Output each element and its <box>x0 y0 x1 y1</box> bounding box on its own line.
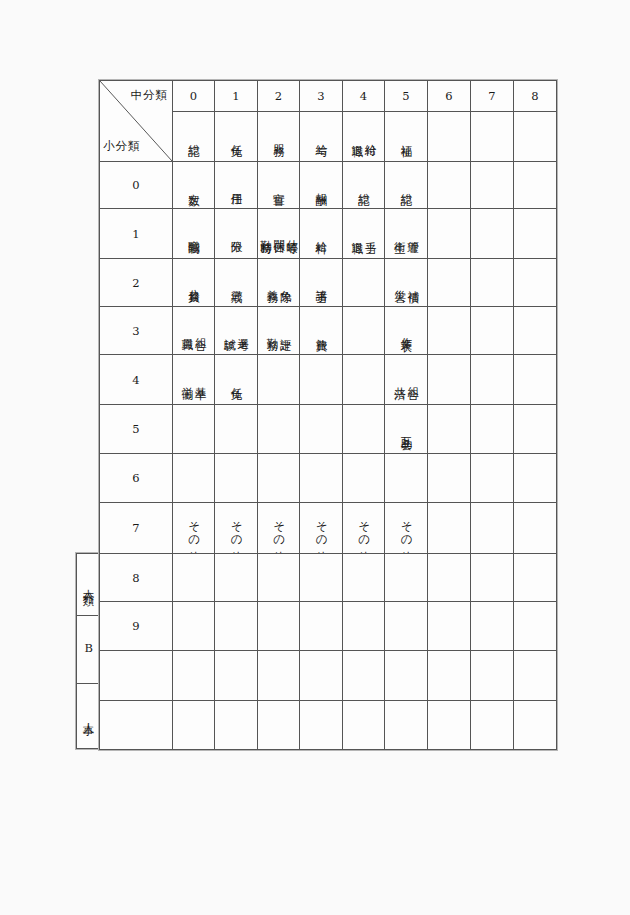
cell-r0-c5-text: 総記 <box>399 184 412 187</box>
cell-r11-c6 <box>428 701 471 750</box>
cell-r8-c6 <box>428 554 471 602</box>
cell-r8-c4 <box>343 554 385 602</box>
cell-r4-c0-text: 労働 基準 <box>180 378 206 381</box>
cell-r1-c3-text: 給料 <box>314 232 327 235</box>
corner-cell: 中分類 小分類 <box>100 81 173 162</box>
cell-r10-c0 <box>173 651 215 701</box>
cell-r2-c1: 懲戒 <box>215 259 258 307</box>
cell-r7-c3-text: その他 <box>314 513 327 544</box>
cell-r1-c4: 退職 手当 <box>343 209 385 259</box>
col-category-2: 服務 <box>258 112 300 162</box>
cell-r1-c3: 給料 <box>300 209 343 259</box>
row-number-9: 9 <box>100 602 173 651</box>
cell-r11-c8 <box>514 701 557 750</box>
cell-r1-c0-text: 職階制 <box>187 231 200 236</box>
cell-r2-c7 <box>471 259 514 307</box>
cell-r4-c0: 労働 基準 <box>173 355 215 405</box>
cell-r5-c1 <box>215 405 258 454</box>
cell-r6-c7 <box>471 454 514 503</box>
cell-r4-c6 <box>428 355 471 405</box>
cell-r5-c5: 互助会 <box>385 405 428 454</box>
cell-r10-c6 <box>428 651 471 701</box>
cell-r10-c3 <box>300 651 343 701</box>
cell-r2-c0-text: 公務員 <box>187 280 200 285</box>
cell-r9-c2 <box>258 602 300 651</box>
cell-r11-c5 <box>385 701 428 750</box>
cell-r8-c0 <box>173 554 215 602</box>
cell-r6-c4 <box>343 454 385 503</box>
cell-r3-c2-text: 勤務 評定 <box>265 329 291 332</box>
col-category-0-text: 総記 <box>187 135 200 138</box>
cell-r6-c2 <box>258 454 300 503</box>
cell-r7-c5: その他 <box>385 503 428 554</box>
cell-r8-c1 <box>215 554 258 602</box>
cell-r1-c4-text: 退職 手当 <box>350 232 376 235</box>
cell-r3-c1: 試験 選考 <box>215 307 258 355</box>
cell-r3-c5-text: 作業衣 <box>399 328 412 333</box>
cell-r0-c1-text: 任用 <box>229 184 242 187</box>
cell-r2-c5: 災害 補償 <box>385 259 428 307</box>
major-classification-code-cell: B <box>77 615 99 683</box>
cell-r10-c4 <box>343 651 385 701</box>
cell-r4-c5-text: 共済 組合 <box>393 378 419 381</box>
cell-r5-c0 <box>173 405 215 454</box>
cell-r3-c5: 作業衣 <box>385 307 428 355</box>
cell-r9-c5 <box>385 602 428 651</box>
major-classification-name-cell: 人事 <box>77 683 99 748</box>
cell-r4-c7 <box>471 355 514 405</box>
cell-r2-c0: 公務員 <box>173 259 215 307</box>
cell-r0-c1: 任用 <box>215 162 258 209</box>
cell-r6-c1 <box>215 454 258 503</box>
cell-r3-c4 <box>343 307 385 355</box>
classification-table: 中分類 小分類 012345678総記任免服務給与退職 給付福祉01234567… <box>99 80 557 750</box>
col-number-7: 7 <box>471 81 514 112</box>
col-category-2-text: 服務 <box>272 135 285 138</box>
cell-r3-c0: 職員 組合 <box>173 307 215 355</box>
cell-r2-c2: 義務 免除 <box>258 259 300 307</box>
col-category-4: 退職 給付 <box>343 112 385 162</box>
col-category-0: 総記 <box>173 112 215 162</box>
cell-r10-c8 <box>514 651 557 701</box>
cell-r7-c5-text: その他 <box>399 513 412 544</box>
cell-r4-c5: 共済 組合 <box>385 355 428 405</box>
col-category-6 <box>428 112 471 162</box>
cell-r10-c2 <box>258 651 300 701</box>
col-number-3: 3 <box>300 81 343 112</box>
row-number-blank-11 <box>100 701 173 750</box>
cell-r0-c7 <box>471 162 514 209</box>
cell-r2-c3: 諸手当 <box>300 259 343 307</box>
cell-r6-c5 <box>385 454 428 503</box>
cell-r7-c4: その他 <box>343 503 385 554</box>
cell-r9-c4 <box>343 602 385 651</box>
cell-r1-c0: 職階制 <box>173 209 215 259</box>
cell-r1-c2: 勤務時 間休日 休暇等 <box>258 209 300 259</box>
cell-r4-c4 <box>343 355 385 405</box>
cell-r4-c2 <box>258 355 300 405</box>
col-category-1: 任免 <box>215 112 258 162</box>
cell-r3-c3-text: 旅費 <box>314 329 327 332</box>
cell-r1-c5-text: 衛生 管理 <box>393 232 419 235</box>
col-category-7 <box>471 112 514 162</box>
cell-r8-c2 <box>258 554 300 602</box>
row-number-3: 3 <box>100 307 173 355</box>
cell-r5-c2 <box>258 405 300 454</box>
cell-r10-c7 <box>471 651 514 701</box>
cell-r0-c8 <box>514 162 557 209</box>
cell-r11-c1 <box>215 701 258 750</box>
cell-r11-c7 <box>471 701 514 750</box>
cell-r2-c2-text: 義務 免除 <box>265 281 291 284</box>
cell-r8-c5 <box>385 554 428 602</box>
cell-r2-c4 <box>343 259 385 307</box>
major-classification-code-label: B <box>81 641 94 658</box>
cell-r6-c3 <box>300 454 343 503</box>
row-number-4: 4 <box>100 355 173 405</box>
cell-r0-c2: 宣誓 <box>258 162 300 209</box>
col-number-5: 5 <box>385 81 428 112</box>
cell-r7-c2: その他 <box>258 503 300 554</box>
cell-r2-c6 <box>428 259 471 307</box>
col-number-8: 8 <box>514 81 557 112</box>
cell-r7-c3: その他 <box>300 503 343 554</box>
corner-label-small-classification: 小分類 <box>103 139 141 154</box>
cell-r7-c1: その他 <box>215 503 258 554</box>
row-number-7: 7 <box>100 503 173 554</box>
col-number-6: 6 <box>428 81 471 112</box>
cell-r4-c3 <box>300 355 343 405</box>
cell-r2-c8 <box>514 259 557 307</box>
cell-r3-c2: 勤務 評定 <box>258 307 300 355</box>
col-category-3: 給与 <box>300 112 343 162</box>
major-classification-column: 大分類 B 人事 <box>76 553 100 749</box>
cell-r0-c5: 総記 <box>385 162 428 209</box>
col-number-2: 2 <box>258 81 300 112</box>
col-number-4: 4 <box>343 81 385 112</box>
cell-r5-c5-text: 互助会 <box>399 427 412 432</box>
cell-r7-c8 <box>514 503 557 554</box>
cell-r2-c5-text: 災害 補償 <box>393 281 419 284</box>
row-number-1: 1 <box>100 209 173 259</box>
cell-r3-c3: 旅費 <box>300 307 343 355</box>
cell-r4-c1-text: 任免 <box>229 378 242 381</box>
cell-r9-c1 <box>215 602 258 651</box>
cell-r7-c6 <box>428 503 471 554</box>
cell-r2-c1-text: 懲戒 <box>229 281 242 284</box>
cell-r1-c1: 分限 <box>215 209 258 259</box>
cell-r0-c2-text: 宣誓 <box>272 184 285 187</box>
cell-r3-c7 <box>471 307 514 355</box>
cell-r9-c6 <box>428 602 471 651</box>
cell-r7-c2-text: その他 <box>272 513 285 544</box>
row-number-2: 2 <box>100 259 173 307</box>
cell-r5-c7 <box>471 405 514 454</box>
cell-r11-c0 <box>173 701 215 750</box>
cell-r5-c8 <box>514 405 557 454</box>
row-number-8: 8 <box>100 554 173 602</box>
cell-r11-c4 <box>343 701 385 750</box>
major-classification-name-label: 人事 <box>81 713 94 719</box>
cell-r3-c1-text: 試験 選考 <box>223 329 249 332</box>
cell-r7-c1-text: その他 <box>229 513 242 544</box>
cell-r8-c7 <box>471 554 514 602</box>
cell-r0-c3-text: 報酬 <box>314 184 327 187</box>
cell-r5-c3 <box>300 405 343 454</box>
cell-r10-c5 <box>385 651 428 701</box>
cell-r5-c4 <box>343 405 385 454</box>
page: 大分類 B 人事 中分類 小分類 012345678総記任免服務給与退職 給付福… <box>0 0 630 915</box>
major-classification-header-label: 大分類 <box>81 580 94 589</box>
cell-r0-c6 <box>428 162 471 209</box>
cell-r4-c1: 任免 <box>215 355 258 405</box>
col-category-5: 福祉 <box>385 112 428 162</box>
col-number-0: 0 <box>173 81 215 112</box>
cell-r6-c6 <box>428 454 471 503</box>
row-number-6: 6 <box>100 454 173 503</box>
row-number-blank-10 <box>100 651 173 701</box>
col-category-4-text: 退職 給付 <box>350 135 376 138</box>
cell-r9-c0 <box>173 602 215 651</box>
cell-r11-c3 <box>300 701 343 750</box>
row-number-5: 5 <box>100 405 173 454</box>
cell-r9-c7 <box>471 602 514 651</box>
cell-r2-c3-text: 諸手当 <box>314 280 327 285</box>
cell-r1-c8 <box>514 209 557 259</box>
corner-label-middle-classification: 中分類 <box>131 88 169 103</box>
cell-r0-c4: 総記 <box>343 162 385 209</box>
cell-r4-c8 <box>514 355 557 405</box>
col-category-8 <box>514 112 557 162</box>
cell-r8-c3 <box>300 554 343 602</box>
cell-r1-c5: 衛生 管理 <box>385 209 428 259</box>
cell-r0-c0-text: 定数 <box>187 184 200 187</box>
cell-r11-c2 <box>258 701 300 750</box>
col-category-1-text: 任免 <box>229 135 242 138</box>
cell-r6-c0 <box>173 454 215 503</box>
cell-r7-c0-text: その他 <box>187 513 200 544</box>
col-category-3-text: 給与 <box>314 135 327 138</box>
cell-r9-c3 <box>300 602 343 651</box>
cell-r3-c8 <box>514 307 557 355</box>
row-number-0: 0 <box>100 162 173 209</box>
cell-r1-c2-text: 勤務時 間休日 休暇等 <box>259 231 299 236</box>
cell-r8-c8 <box>514 554 557 602</box>
cell-r9-c8 <box>514 602 557 651</box>
cell-r0-c0: 定数 <box>173 162 215 209</box>
cell-r7-c4-text: その他 <box>357 513 370 544</box>
major-classification-header-cell: 大分類 <box>77 554 99 615</box>
col-number-1: 1 <box>215 81 258 112</box>
cell-r3-c0-text: 職員 組合 <box>180 329 206 332</box>
cell-r6-c8 <box>514 454 557 503</box>
cell-r1-c1-text: 分限 <box>229 232 242 235</box>
cell-r10-c1 <box>215 651 258 701</box>
cell-r0-c4-text: 総記 <box>357 184 370 187</box>
cell-r7-c0: その他 <box>173 503 215 554</box>
col-category-5-text: 福祉 <box>399 135 412 138</box>
cell-r5-c6 <box>428 405 471 454</box>
cell-r3-c6 <box>428 307 471 355</box>
cell-r0-c3: 報酬 <box>300 162 343 209</box>
cell-r1-c7 <box>471 209 514 259</box>
cell-r7-c7 <box>471 503 514 554</box>
cell-r1-c6 <box>428 209 471 259</box>
